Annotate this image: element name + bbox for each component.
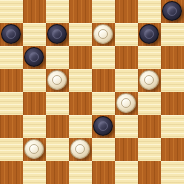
- square-a7[interactable]: [0, 23, 23, 46]
- square-f5: [115, 69, 138, 92]
- square-h4[interactable]: [161, 92, 184, 115]
- square-f2[interactable]: [115, 138, 138, 161]
- square-c2: [46, 138, 69, 161]
- square-d6[interactable]: [69, 46, 92, 69]
- square-d3: [69, 115, 92, 138]
- square-d8[interactable]: [69, 0, 92, 23]
- square-f3: [115, 115, 138, 138]
- square-c5[interactable]: [46, 69, 69, 92]
- square-b6[interactable]: [23, 46, 46, 69]
- checkers-board: [0, 0, 184, 184]
- square-e6: [92, 46, 115, 69]
- white-man[interactable]: [47, 70, 67, 90]
- square-g8: [138, 0, 161, 23]
- square-e3[interactable]: [92, 115, 115, 138]
- square-b1: [23, 161, 46, 184]
- square-h8[interactable]: [161, 0, 184, 23]
- square-d4[interactable]: [69, 92, 92, 115]
- square-d7: [69, 23, 92, 46]
- square-h3: [161, 115, 184, 138]
- square-d1: [69, 161, 92, 184]
- square-e5[interactable]: [92, 69, 115, 92]
- square-g5[interactable]: [138, 69, 161, 92]
- square-e7[interactable]: [92, 23, 115, 46]
- square-h5: [161, 69, 184, 92]
- square-g4: [138, 92, 161, 115]
- square-b5: [23, 69, 46, 92]
- white-man[interactable]: [93, 24, 113, 44]
- square-a4: [0, 92, 23, 115]
- square-e1[interactable]: [92, 161, 115, 184]
- black-man[interactable]: [47, 24, 67, 44]
- square-a5[interactable]: [0, 69, 23, 92]
- square-d2[interactable]: [69, 138, 92, 161]
- white-man[interactable]: [116, 93, 136, 113]
- square-d5: [69, 69, 92, 92]
- square-f7: [115, 23, 138, 46]
- square-f1: [115, 161, 138, 184]
- black-man[interactable]: [139, 24, 159, 44]
- white-man[interactable]: [139, 70, 159, 90]
- square-h2[interactable]: [161, 138, 184, 161]
- square-c6: [46, 46, 69, 69]
- square-a8: [0, 0, 23, 23]
- square-g6: [138, 46, 161, 69]
- square-e4: [92, 92, 115, 115]
- square-c4: [46, 92, 69, 115]
- black-man[interactable]: [1, 24, 21, 44]
- square-g1[interactable]: [138, 161, 161, 184]
- square-a3[interactable]: [0, 115, 23, 138]
- square-h7: [161, 23, 184, 46]
- white-man[interactable]: [70, 139, 90, 159]
- square-b8[interactable]: [23, 0, 46, 23]
- square-g3[interactable]: [138, 115, 161, 138]
- square-h1: [161, 161, 184, 184]
- square-f4[interactable]: [115, 92, 138, 115]
- square-a2: [0, 138, 23, 161]
- square-b3: [23, 115, 46, 138]
- square-a1[interactable]: [0, 161, 23, 184]
- black-man[interactable]: [162, 1, 182, 21]
- square-e2: [92, 138, 115, 161]
- square-b7: [23, 23, 46, 46]
- square-c8: [46, 0, 69, 23]
- white-man[interactable]: [24, 139, 44, 159]
- square-h6[interactable]: [161, 46, 184, 69]
- black-man[interactable]: [93, 116, 113, 136]
- square-e8: [92, 0, 115, 23]
- square-b2[interactable]: [23, 138, 46, 161]
- square-f6[interactable]: [115, 46, 138, 69]
- square-c3[interactable]: [46, 115, 69, 138]
- black-man[interactable]: [24, 47, 44, 67]
- square-g2: [138, 138, 161, 161]
- square-f8[interactable]: [115, 0, 138, 23]
- square-b4[interactable]: [23, 92, 46, 115]
- square-a6: [0, 46, 23, 69]
- square-g7[interactable]: [138, 23, 161, 46]
- square-c7[interactable]: [46, 23, 69, 46]
- square-c1[interactable]: [46, 161, 69, 184]
